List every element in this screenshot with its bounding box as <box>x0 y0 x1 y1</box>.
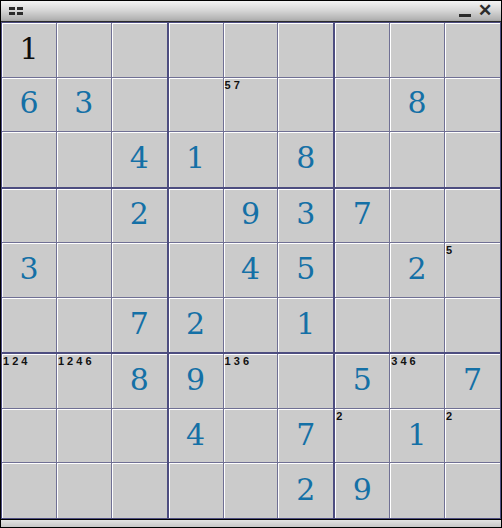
cell-r7c9[interactable]: 7 <box>445 354 500 409</box>
close-icon: ✕ <box>478 2 492 20</box>
cell-r3c8[interactable] <box>390 132 445 187</box>
pencil-marks: 5 <box>446 244 452 256</box>
titlebar[interactable]: ✕ <box>1 1 501 22</box>
entry-digit: 9 <box>353 475 372 505</box>
cell-r1c2[interactable] <box>57 23 112 78</box>
pencil-marks: 1 3 6 <box>225 355 249 367</box>
cell-r9c4[interactable] <box>169 463 224 518</box>
cell-r7c1[interactable]: 1 2 4 <box>2 354 57 409</box>
cell-r2c3[interactable] <box>112 78 167 133</box>
cell-r9c7[interactable]: 9 <box>335 463 390 518</box>
cell-r6c5[interactable] <box>224 298 279 353</box>
cell-r9c8[interactable] <box>390 463 445 518</box>
cell-r2c5[interactable]: 5 7 <box>224 78 279 133</box>
cell-r1c8[interactable] <box>390 23 445 78</box>
cell-r1c9[interactable] <box>445 23 500 78</box>
box-2-0: 1 2 41 2 4 68 <box>1 353 168 519</box>
cell-r3c2[interactable] <box>57 132 112 187</box>
entry-digit: 8 <box>296 143 315 173</box>
cell-r8c8[interactable]: 1 <box>390 409 445 464</box>
cell-r9c6[interactable]: 2 <box>278 463 333 518</box>
cell-r5c1[interactable]: 3 <box>2 243 57 298</box>
cell-r5c9[interactable]: 5 <box>445 243 500 298</box>
cell-r6c2[interactable] <box>57 298 112 353</box>
entry-digit: 1 <box>296 309 315 339</box>
cell-r3c3[interactable]: 4 <box>112 132 167 187</box>
entry-digit: 4 <box>130 143 149 173</box>
cell-r4c6[interactable]: 3 <box>278 189 333 244</box>
cell-r6c9[interactable] <box>445 298 500 353</box>
cell-r4c8[interactable] <box>390 189 445 244</box>
cell-r9c3[interactable] <box>112 463 167 518</box>
cell-r8c4[interactable]: 4 <box>169 409 224 464</box>
cell-r4c5[interactable]: 9 <box>224 189 279 244</box>
box-0-2: 8 <box>334 22 501 188</box>
cell-r9c5[interactable] <box>224 463 279 518</box>
cell-r4c3[interactable]: 2 <box>112 189 167 244</box>
cell-r6c3[interactable]: 7 <box>112 298 167 353</box>
entry-digit: 7 <box>353 199 372 229</box>
entry-digit: 6 <box>19 88 38 118</box>
entry-digit: 2 <box>130 199 149 229</box>
cell-r4c9[interactable] <box>445 189 500 244</box>
entry-digit: 1 <box>408 420 427 450</box>
cell-r2c9[interactable] <box>445 78 500 133</box>
entry-digit: 2 <box>408 254 427 284</box>
cell-r6c6[interactable]: 1 <box>278 298 333 353</box>
cell-r3c7[interactable] <box>335 132 390 187</box>
close-button[interactable]: ✕ <box>475 2 495 20</box>
cell-r2c8[interactable]: 8 <box>390 78 445 133</box>
cell-r4c7[interactable]: 7 <box>335 189 390 244</box>
entry-digit: 8 <box>408 88 427 118</box>
cell-r4c4[interactable] <box>169 189 224 244</box>
cell-r7c8[interactable]: 3 4 6 <box>390 354 445 409</box>
pencil-marks: 1 2 4 <box>3 355 27 367</box>
entry-digit: 4 <box>186 420 205 450</box>
cell-r7c4[interactable]: 9 <box>169 354 224 409</box>
entry-digit: 5 <box>353 365 372 395</box>
cell-r2c4[interactable] <box>169 78 224 133</box>
cell-r6c8[interactable] <box>390 298 445 353</box>
cell-r8c9[interactable]: 2 <box>445 409 500 464</box>
pencil-marks: 1 2 4 6 <box>58 355 92 367</box>
cell-r3c9[interactable] <box>445 132 500 187</box>
cell-r2c2[interactable]: 3 <box>57 78 112 133</box>
cell-r7c3[interactable]: 8 <box>112 354 167 409</box>
cell-r7c6[interactable] <box>278 354 333 409</box>
cell-r5c4[interactable] <box>169 243 224 298</box>
app-menu-icon[interactable] <box>9 7 23 15</box>
box-0-0: 1634 <box>1 22 168 188</box>
cell-r7c5[interactable]: 1 3 6 <box>224 354 279 409</box>
entry-digit: 9 <box>241 199 260 229</box>
cell-r8c2[interactable] <box>57 409 112 464</box>
cell-r5c5[interactable]: 4 <box>224 243 279 298</box>
entry-digit: 7 <box>130 309 149 339</box>
cell-r1c5[interactable] <box>224 23 279 78</box>
cell-r6c4[interactable]: 2 <box>169 298 224 353</box>
cell-r9c9[interactable] <box>445 463 500 518</box>
cell-r8c6[interactable]: 7 <box>278 409 333 464</box>
pencil-marks: 5 7 <box>225 79 240 91</box>
cell-r9c2[interactable] <box>57 463 112 518</box>
cell-r9c1[interactable] <box>2 463 57 518</box>
entry-digit: 3 <box>19 254 38 284</box>
cell-r1c1[interactable]: 1 <box>2 23 57 78</box>
cell-r7c7[interactable]: 5 <box>335 354 390 409</box>
cell-r1c7[interactable] <box>335 23 390 78</box>
cell-r3c5[interactable] <box>224 132 279 187</box>
cell-r4c1[interactable] <box>2 189 57 244</box>
cell-r2c1[interactable]: 6 <box>2 78 57 133</box>
pencil-marks: 2 <box>336 410 342 422</box>
cell-r1c4[interactable] <box>169 23 224 78</box>
cell-r6c1[interactable] <box>2 298 57 353</box>
entry-digit: 8 <box>130 365 149 395</box>
entry-digit: 2 <box>186 309 205 339</box>
entry-digit: 2 <box>296 475 315 505</box>
entry-digit: 3 <box>296 199 315 229</box>
sudoku-board: 16345 71882379345217251 2 41 2 4 6891 3 … <box>1 22 501 519</box>
box-1-0: 237 <box>1 188 168 354</box>
cell-r8c7[interactable]: 2 <box>335 409 390 464</box>
pencil-marks: 2 <box>446 410 452 422</box>
cell-r1c3[interactable] <box>112 23 167 78</box>
entry-digit: 7 <box>296 420 315 450</box>
cell-r7c2[interactable]: 1 2 4 6 <box>57 354 112 409</box>
cell-r2c6[interactable] <box>278 78 333 133</box>
entry-digit: 7 <box>463 365 482 395</box>
box-1-2: 725 <box>334 188 501 354</box>
box-0-1: 5 718 <box>168 22 335 188</box>
window-bottom-frame <box>1 519 501 527</box>
cell-r5c7[interactable] <box>335 243 390 298</box>
cell-r8c1[interactable] <box>2 409 57 464</box>
cell-r6c7[interactable] <box>335 298 390 353</box>
cell-r5c3[interactable] <box>112 243 167 298</box>
cell-r5c6[interactable]: 5 <box>278 243 333 298</box>
cell-r3c6[interactable]: 8 <box>278 132 333 187</box>
box-1-1: 934521 <box>168 188 335 354</box>
minimize-icon <box>459 14 471 17</box>
cell-r4c2[interactable] <box>57 189 112 244</box>
minimize-button[interactable] <box>455 2 475 20</box>
cell-r2c7[interactable] <box>335 78 390 133</box>
entry-digit: 5 <box>296 254 315 284</box>
entry-digit: 4 <box>241 254 260 284</box>
entry-digit: 1 <box>186 143 205 173</box>
cell-r3c1[interactable] <box>2 132 57 187</box>
cell-r8c3[interactable] <box>112 409 167 464</box>
cell-r1c6[interactable] <box>278 23 333 78</box>
sudoku-window: ✕ 16345 71882379345217251 2 41 2 4 6891 … <box>0 0 502 528</box>
entry-digit: 3 <box>74 88 93 118</box>
cell-r3c4[interactable]: 1 <box>169 132 224 187</box>
entry-digit: 9 <box>186 365 205 395</box>
cell-r8c5[interactable] <box>224 409 279 464</box>
cell-r5c2[interactable] <box>57 243 112 298</box>
cell-r5c8[interactable]: 2 <box>390 243 445 298</box>
box-2-2: 53 4 672129 <box>334 353 501 519</box>
pencil-marks: 3 4 6 <box>391 355 415 367</box>
box-2-1: 91 3 6472 <box>168 353 335 519</box>
given-digit: 1 <box>19 34 38 64</box>
